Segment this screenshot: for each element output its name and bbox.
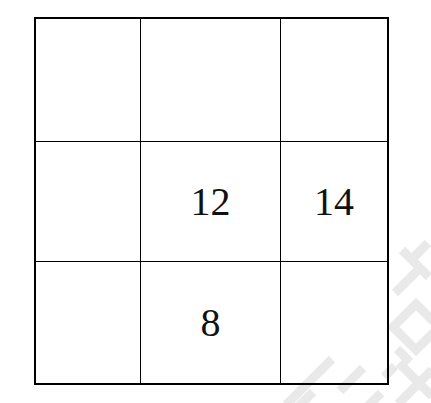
grid-cell-r1-c1 — [36, 19, 141, 142]
grid-cell-r2-c3: 14 — [281, 142, 387, 262]
grid-cell-r3-c1 — [36, 262, 141, 383]
grid-cell-r1-c2 — [141, 19, 281, 142]
grid-cell-r2-c1 — [36, 142, 141, 262]
puzzle-grid: 12 14 8 — [34, 17, 389, 385]
grid-cell-r3-c2: 8 — [141, 262, 281, 383]
puzzle-page: 12 14 8 — [0, 0, 431, 403]
grid-cell-r1-c3 — [281, 19, 387, 142]
grid-cell-r2-c2: 12 — [141, 142, 281, 262]
grid-cell-r3-c3 — [281, 262, 387, 383]
